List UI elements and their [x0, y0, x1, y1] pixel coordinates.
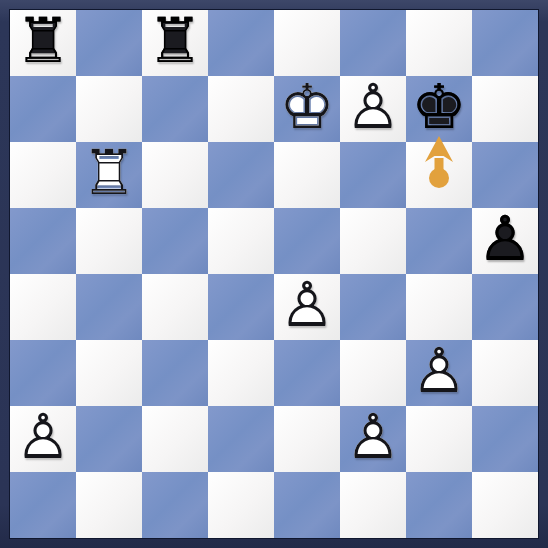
square-f6[interactable] — [340, 142, 406, 208]
square-h6[interactable] — [472, 142, 538, 208]
square-a2[interactable]: ♟♙ — [10, 406, 76, 472]
square-e3[interactable] — [274, 340, 340, 406]
square-g3[interactable]: ♟♙ — [406, 340, 472, 406]
square-c6[interactable] — [142, 142, 208, 208]
square-b5[interactable] — [76, 208, 142, 274]
square-c3[interactable] — [142, 340, 208, 406]
square-e7[interactable]: ♚♔ — [274, 76, 340, 142]
square-g8[interactable] — [406, 10, 472, 76]
white-pawn-outline: ♙ — [340, 404, 406, 470]
square-a5[interactable] — [10, 208, 76, 274]
square-a4[interactable] — [10, 274, 76, 340]
white-rook-outline: ♖ — [76, 140, 142, 206]
square-a6[interactable] — [10, 142, 76, 208]
black-rook-outline: ♖ — [10, 8, 76, 74]
black-king[interactable]: ♚♔ — [406, 76, 472, 142]
square-h2[interactable] — [472, 406, 538, 472]
black-pawn-outline: ♙ — [472, 206, 538, 272]
black-rook-outline: ♖ — [142, 8, 208, 74]
square-f8[interactable] — [340, 10, 406, 76]
square-f5[interactable] — [340, 208, 406, 274]
white-pawn-outline: ♙ — [340, 74, 406, 140]
white-king[interactable]: ♚♔ — [274, 76, 340, 142]
board-frame: ♜♖♜♖♚♔♟♙♚♔♜♖♟♙♟♙♟♙♟♙♟♙ — [0, 0, 548, 548]
square-h3[interactable] — [472, 340, 538, 406]
white-rook[interactable]: ♜♖ — [76, 142, 142, 208]
square-f7[interactable]: ♟♙ — [340, 76, 406, 142]
chess-board: ♜♖♜♖♚♔♟♙♚♔♜♖♟♙♟♙♟♙♟♙♟♙ — [10, 10, 538, 538]
square-e4[interactable]: ♟♙ — [274, 274, 340, 340]
square-d2[interactable] — [208, 406, 274, 472]
square-g6[interactable] — [406, 142, 472, 208]
board-wrap: ♜♖♜♖♚♔♟♙♚♔♜♖♟♙♟♙♟♙♟♙♟♙ — [10, 10, 538, 538]
square-e8[interactable] — [274, 10, 340, 76]
square-f2[interactable]: ♟♙ — [340, 406, 406, 472]
white-pawn[interactable]: ♟♙ — [340, 76, 406, 142]
white-pawn[interactable]: ♟♙ — [274, 274, 340, 340]
square-d8[interactable] — [208, 10, 274, 76]
square-h7[interactable] — [472, 76, 538, 142]
square-c7[interactable] — [142, 76, 208, 142]
square-h4[interactable] — [472, 274, 538, 340]
square-f3[interactable] — [340, 340, 406, 406]
square-d6[interactable] — [208, 142, 274, 208]
square-g5[interactable] — [406, 208, 472, 274]
black-king-outline: ♔ — [406, 74, 472, 140]
white-pawn[interactable]: ♟♙ — [10, 406, 76, 472]
black-rook[interactable]: ♜♖ — [10, 10, 76, 76]
square-b1[interactable] — [76, 472, 142, 538]
square-g1[interactable] — [406, 472, 472, 538]
square-g4[interactable] — [406, 274, 472, 340]
square-g2[interactable] — [406, 406, 472, 472]
square-h5[interactable]: ♟♙ — [472, 208, 538, 274]
white-king-outline: ♔ — [274, 74, 340, 140]
square-d5[interactable] — [208, 208, 274, 274]
square-d7[interactable] — [208, 76, 274, 142]
square-h8[interactable] — [472, 10, 538, 76]
square-c4[interactable] — [142, 274, 208, 340]
square-c1[interactable] — [142, 472, 208, 538]
square-d3[interactable] — [208, 340, 274, 406]
square-b4[interactable] — [76, 274, 142, 340]
white-pawn[interactable]: ♟♙ — [406, 340, 472, 406]
black-pawn[interactable]: ♟♙ — [472, 208, 538, 274]
square-a7[interactable] — [10, 76, 76, 142]
square-d4[interactable] — [208, 274, 274, 340]
square-g7[interactable]: ♚♔ — [406, 76, 472, 142]
square-h1[interactable] — [472, 472, 538, 538]
square-b8[interactable] — [76, 10, 142, 76]
square-a8[interactable]: ♜♖ — [10, 10, 76, 76]
square-a1[interactable] — [10, 472, 76, 538]
square-f4[interactable] — [340, 274, 406, 340]
square-a3[interactable] — [10, 340, 76, 406]
square-e6[interactable] — [274, 142, 340, 208]
square-e5[interactable] — [274, 208, 340, 274]
square-f1[interactable] — [340, 472, 406, 538]
square-e1[interactable] — [274, 472, 340, 538]
white-pawn-outline: ♙ — [274, 272, 340, 338]
square-b6[interactable]: ♜♖ — [76, 142, 142, 208]
square-e2[interactable] — [274, 406, 340, 472]
square-c5[interactable] — [142, 208, 208, 274]
square-b7[interactable] — [76, 76, 142, 142]
square-c8[interactable]: ♜♖ — [142, 10, 208, 76]
white-pawn-outline: ♙ — [406, 338, 472, 404]
white-pawn-outline: ♙ — [10, 404, 76, 470]
white-pawn[interactable]: ♟♙ — [340, 406, 406, 472]
square-d1[interactable] — [208, 472, 274, 538]
black-rook[interactable]: ♜♖ — [142, 10, 208, 76]
square-b2[interactable] — [76, 406, 142, 472]
square-c2[interactable] — [142, 406, 208, 472]
square-b3[interactable] — [76, 340, 142, 406]
